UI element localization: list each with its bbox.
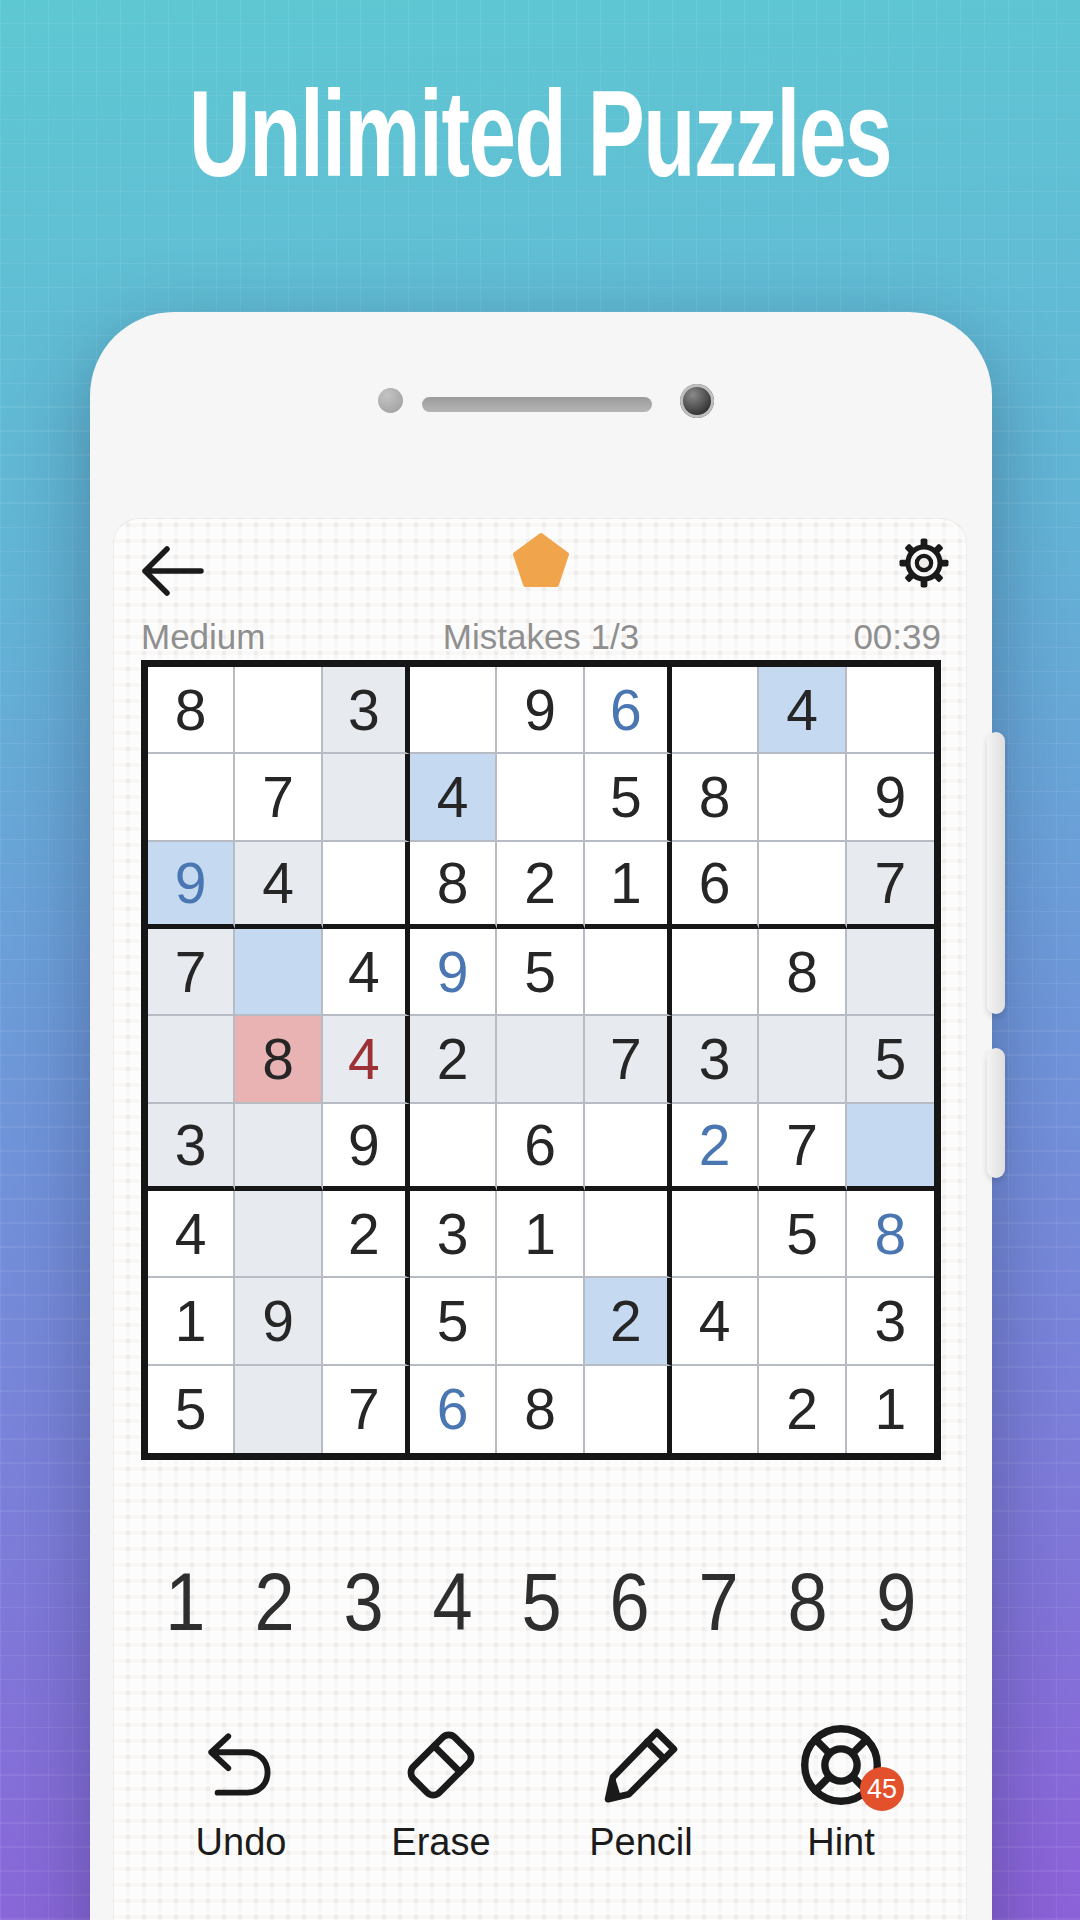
cell-r1c2[interactable]: [235, 667, 322, 754]
cell-r6c6[interactable]: [585, 1104, 672, 1191]
promo-background: Unlimited Puzzles: [0, 0, 1080, 1920]
cell-r8c7[interactable]: 4: [672, 1278, 759, 1365]
cell-r6c5[interactable]: 6: [497, 1104, 584, 1191]
pencil-label: Pencil: [589, 1821, 693, 1864]
cell-r4c2[interactable]: [235, 929, 322, 1016]
numpad-key-9[interactable]: 9: [857, 1547, 935, 1657]
cell-r7c6[interactable]: [585, 1191, 672, 1278]
cell-r8c4[interactable]: 5: [410, 1278, 497, 1365]
cell-r5c7[interactable]: 3: [672, 1016, 759, 1103]
cell-r2c2[interactable]: 7: [235, 754, 322, 841]
erase-label: Erase: [391, 1821, 490, 1864]
cell-r8c3[interactable]: [323, 1278, 410, 1365]
cell-r9c6[interactable]: [585, 1366, 672, 1453]
cell-r7c4[interactable]: 3: [410, 1191, 497, 1278]
lifebuoy-icon: 45: [798, 1719, 884, 1811]
cell-r3c5[interactable]: 2: [497, 842, 584, 929]
cell-r7c9[interactable]: 8: [847, 1191, 934, 1278]
cell-r3c1[interactable]: 9: [148, 842, 235, 929]
cell-r9c2[interactable]: [235, 1366, 322, 1453]
cell-r4c6[interactable]: [585, 929, 672, 1016]
cell-r8c6[interactable]: 2: [585, 1278, 672, 1365]
pencil-icon: [602, 1719, 680, 1811]
cell-r6c3[interactable]: 9: [323, 1104, 410, 1191]
cell-r3c7[interactable]: 6: [672, 842, 759, 929]
cell-r4c1[interactable]: 7: [148, 929, 235, 1016]
cell-r3c3[interactable]: [323, 842, 410, 929]
cell-r8c5[interactable]: [497, 1278, 584, 1365]
cell-r2c6[interactable]: 5: [585, 754, 672, 841]
cell-r5c6[interactable]: 7: [585, 1016, 672, 1103]
cell-r9c3[interactable]: 7: [323, 1366, 410, 1453]
cell-r2c1[interactable]: [148, 754, 235, 841]
phone-camera: [680, 384, 714, 418]
pentagon-logo-icon: [513, 533, 569, 587]
phone-speaker: [422, 397, 652, 412]
phone-power-button: [987, 1048, 1005, 1178]
settings-gear-icon[interactable]: [897, 535, 951, 591]
cell-r2c3[interactable]: [323, 754, 410, 841]
numpad-key-8[interactable]: 8: [769, 1547, 847, 1657]
cell-r1c7[interactable]: [672, 667, 759, 754]
app-screen: Medium Mistakes 1/3 00:39 83964745899482…: [113, 518, 967, 1920]
cell-r5c3[interactable]: 4: [323, 1016, 410, 1103]
cell-r4c5[interactable]: 5: [497, 929, 584, 1016]
cell-r4c8[interactable]: 8: [759, 929, 846, 1016]
cell-r5c2[interactable]: 8: [235, 1016, 322, 1103]
cell-r5c9[interactable]: 5: [847, 1016, 934, 1103]
numpad-key-2[interactable]: 2: [235, 1547, 313, 1657]
phone-volume-button: [987, 732, 1005, 1014]
cell-r1c3[interactable]: 3: [323, 667, 410, 754]
cell-r5c4[interactable]: 2: [410, 1016, 497, 1103]
cell-r6c9[interactable]: [847, 1104, 934, 1191]
cell-r2c4[interactable]: 4: [410, 754, 497, 841]
cell-r7c7[interactable]: [672, 1191, 759, 1278]
sudoku-board: 8396474589948216774958842735396274231581…: [141, 660, 941, 1460]
pencil-button[interactable]: Pencil: [541, 1719, 741, 1864]
cell-r2c7[interactable]: 8: [672, 754, 759, 841]
toolbar: Undo Erase: [141, 1719, 941, 1864]
undo-arrow-icon: [207, 1719, 275, 1811]
phone-sensor-dot: [378, 388, 403, 413]
cell-r1c5[interactable]: 9: [497, 667, 584, 754]
hint-count-badge: 45: [860, 1767, 904, 1811]
cell-r3c6[interactable]: 1: [585, 842, 672, 929]
cell-r7c1[interactable]: 4: [148, 1191, 235, 1278]
cell-r9c8[interactable]: 2: [759, 1366, 846, 1453]
cell-r3c4[interactable]: 8: [410, 842, 497, 929]
cell-r4c9[interactable]: [847, 929, 934, 1016]
cell-r5c8[interactable]: [759, 1016, 846, 1103]
cell-r1c1[interactable]: 8: [148, 667, 235, 754]
cell-r4c4[interactable]: 9: [410, 929, 497, 1016]
cell-r6c2[interactable]: [235, 1104, 322, 1191]
cell-r3c8[interactable]: [759, 842, 846, 929]
cell-r6c8[interactable]: 7: [759, 1104, 846, 1191]
cell-r7c8[interactable]: 5: [759, 1191, 846, 1278]
cell-r9c4[interactable]: 6: [410, 1366, 497, 1453]
mistakes-counter: Mistakes 1/3: [141, 617, 941, 657]
cell-r7c3[interactable]: 2: [323, 1191, 410, 1278]
numpad-key-3[interactable]: 3: [324, 1547, 402, 1657]
cell-r6c7[interactable]: 2: [672, 1104, 759, 1191]
numpad-key-4[interactable]: 4: [413, 1547, 491, 1657]
undo-label: Undo: [196, 1821, 287, 1864]
cell-r7c5[interactable]: 1: [497, 1191, 584, 1278]
promo-title: Unlimited Puzzles: [162, 64, 918, 204]
numpad-key-1[interactable]: 1: [146, 1547, 224, 1657]
phone-mockup: Medium Mistakes 1/3 00:39 83964745899482…: [90, 312, 992, 1920]
status-bar: Medium Mistakes 1/3 00:39: [141, 617, 941, 657]
cell-r7c2[interactable]: [235, 1191, 322, 1278]
cell-r2c8[interactable]: [759, 754, 846, 841]
cell-r8c2[interactable]: 9: [235, 1278, 322, 1365]
cell-r9c9[interactable]: 1: [847, 1366, 934, 1453]
cell-r3c2[interactable]: 4: [235, 842, 322, 929]
cell-r9c5[interactable]: 8: [497, 1366, 584, 1453]
cell-r9c7[interactable]: [672, 1366, 759, 1453]
cell-r3c9[interactable]: 7: [847, 842, 934, 929]
numpad-key-6[interactable]: 6: [591, 1547, 669, 1657]
cell-r2c9[interactable]: 9: [847, 754, 934, 841]
undo-button[interactable]: Undo: [141, 1719, 341, 1864]
cell-r8c9[interactable]: 3: [847, 1278, 934, 1365]
cell-r1c8[interactable]: 4: [759, 667, 846, 754]
cell-r9c1[interactable]: 5: [148, 1366, 235, 1453]
erase-button[interactable]: Erase: [341, 1719, 541, 1864]
cell-r8c8[interactable]: [759, 1278, 846, 1365]
number-pad: 123456789: [141, 1547, 941, 1657]
cell-r4c3[interactable]: 4: [323, 929, 410, 1016]
hint-button[interactable]: 45 Hint: [741, 1719, 941, 1864]
cell-r6c1[interactable]: 3: [148, 1104, 235, 1191]
eraser-icon: [402, 1719, 480, 1811]
cell-r4c7[interactable]: [672, 929, 759, 1016]
cell-r1c4[interactable]: [410, 667, 497, 754]
hint-label: Hint: [807, 1821, 875, 1864]
cell-r5c1[interactable]: [148, 1016, 235, 1103]
numpad-key-7[interactable]: 7: [680, 1547, 758, 1657]
cell-r2c5[interactable]: [497, 754, 584, 841]
numpad-key-5[interactable]: 5: [502, 1547, 580, 1657]
cell-r8c1[interactable]: 1: [148, 1278, 235, 1365]
cell-r5c5[interactable]: [497, 1016, 584, 1103]
cell-r1c6[interactable]: 6: [585, 667, 672, 754]
cell-r6c4[interactable]: [410, 1104, 497, 1191]
cell-r1c9[interactable]: [847, 667, 934, 754]
back-arrow-icon[interactable]: [139, 543, 205, 599]
